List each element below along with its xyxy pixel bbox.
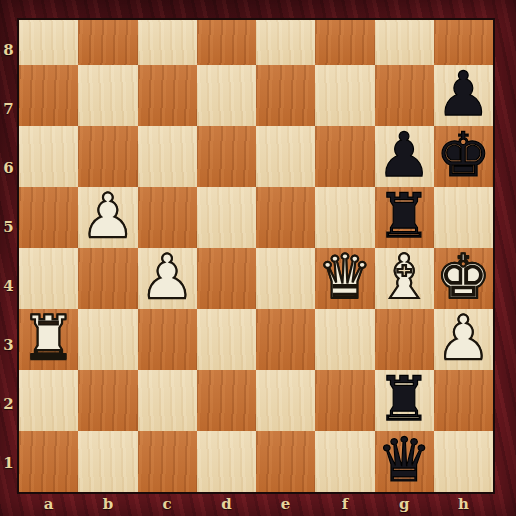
square-b4[interactable]: [78, 248, 137, 309]
square-a5[interactable]: [19, 187, 78, 248]
square-g1[interactable]: ♛: [375, 431, 434, 492]
piece-black-rook-g5[interactable]: ♜: [377, 185, 432, 246]
square-c5[interactable]: [138, 187, 197, 248]
rank-labels: 87654321: [0, 20, 17, 492]
rank-label-2: 2: [0, 374, 17, 433]
piece-white-queen-f4[interactable]: ♛: [318, 246, 373, 307]
square-d7[interactable]: [197, 65, 256, 126]
chess-board-frame: 87654321 ♟♟♚♟♜♟♛♝♚♜♟♜♛ abcdefgh: [0, 0, 516, 516]
square-e2[interactable]: [256, 370, 315, 431]
square-d1[interactable]: [197, 431, 256, 492]
square-b1[interactable]: [78, 431, 137, 492]
square-a4[interactable]: [19, 248, 78, 309]
square-f7[interactable]: [315, 65, 374, 126]
square-f6[interactable]: [315, 126, 374, 187]
square-f8[interactable]: [315, 20, 374, 65]
piece-black-rook-g2[interactable]: ♜: [377, 368, 432, 429]
square-g6[interactable]: ♟: [375, 126, 434, 187]
square-f4[interactable]: ♛: [315, 248, 374, 309]
chess-board: ♟♟♚♟♜♟♛♝♚♜♟♜♛: [17, 18, 495, 494]
piece-white-bishop-g4[interactable]: ♝: [377, 246, 432, 307]
square-c8[interactable]: [138, 20, 197, 65]
square-b3[interactable]: [78, 309, 137, 370]
file-label-b: b: [78, 492, 137, 516]
rank-label-3: 3: [0, 315, 17, 374]
square-a1[interactable]: [19, 431, 78, 492]
piece-white-king-h4[interactable]: ♚: [436, 246, 491, 307]
square-g8[interactable]: [375, 20, 434, 65]
square-a3[interactable]: ♜: [19, 309, 78, 370]
file-label-a: a: [19, 492, 78, 516]
square-g3[interactable]: [375, 309, 434, 370]
piece-white-pawn-c4[interactable]: ♟: [140, 246, 195, 307]
square-c3[interactable]: [138, 309, 197, 370]
piece-white-rook-a3[interactable]: ♜: [21, 307, 76, 368]
square-b6[interactable]: [78, 126, 137, 187]
square-d6[interactable]: [197, 126, 256, 187]
piece-white-pawn-b5[interactable]: ♟: [81, 185, 136, 246]
rank-label-8: 8: [0, 20, 17, 79]
square-a8[interactable]: [19, 20, 78, 65]
square-e1[interactable]: [256, 431, 315, 492]
square-a6[interactable]: [19, 126, 78, 187]
square-b2[interactable]: [78, 370, 137, 431]
piece-black-queen-g1[interactable]: ♛: [377, 429, 432, 490]
square-f3[interactable]: [315, 309, 374, 370]
square-g7[interactable]: [375, 65, 434, 126]
square-d5[interactable]: [197, 187, 256, 248]
square-e4[interactable]: [256, 248, 315, 309]
square-h4[interactable]: ♚: [434, 248, 493, 309]
rank-label-7: 7: [0, 79, 17, 138]
square-h1[interactable]: [434, 431, 493, 492]
square-e6[interactable]: [256, 126, 315, 187]
square-a7[interactable]: [19, 65, 78, 126]
square-d4[interactable]: [197, 248, 256, 309]
square-c1[interactable]: [138, 431, 197, 492]
square-c7[interactable]: [138, 65, 197, 126]
file-labels: abcdefgh: [19, 492, 493, 516]
square-e7[interactable]: [256, 65, 315, 126]
square-d8[interactable]: [197, 20, 256, 65]
square-f5[interactable]: [315, 187, 374, 248]
square-c6[interactable]: [138, 126, 197, 187]
square-b7[interactable]: [78, 65, 137, 126]
piece-black-pawn-g6[interactable]: ♟: [377, 124, 432, 185]
rank-label-1: 1: [0, 433, 17, 492]
square-f2[interactable]: [315, 370, 374, 431]
square-h5[interactable]: [434, 187, 493, 248]
square-c4[interactable]: ♟: [138, 248, 197, 309]
square-h3[interactable]: ♟: [434, 309, 493, 370]
square-h6[interactable]: ♚: [434, 126, 493, 187]
rank-label-5: 5: [0, 197, 17, 256]
square-h7[interactable]: ♟: [434, 65, 493, 126]
file-label-d: d: [197, 492, 256, 516]
square-e8[interactable]: [256, 20, 315, 65]
file-label-c: c: [138, 492, 197, 516]
piece-black-king-h6[interactable]: ♚: [436, 124, 491, 185]
piece-black-pawn-h7[interactable]: ♟: [436, 63, 491, 124]
square-a2[interactable]: [19, 370, 78, 431]
square-e3[interactable]: [256, 309, 315, 370]
square-h2[interactable]: [434, 370, 493, 431]
piece-white-pawn-h3[interactable]: ♟: [436, 307, 491, 368]
square-c2[interactable]: [138, 370, 197, 431]
rank-label-6: 6: [0, 138, 17, 197]
square-g5[interactable]: ♜: [375, 187, 434, 248]
file-label-g: g: [375, 492, 434, 516]
square-b5[interactable]: ♟: [78, 187, 137, 248]
square-b8[interactable]: [78, 20, 137, 65]
file-label-f: f: [315, 492, 374, 516]
file-label-e: e: [256, 492, 315, 516]
square-e5[interactable]: [256, 187, 315, 248]
square-g2[interactable]: ♜: [375, 370, 434, 431]
square-f1[interactable]: [315, 431, 374, 492]
rank-label-4: 4: [0, 256, 17, 315]
square-d2[interactable]: [197, 370, 256, 431]
square-d3[interactable]: [197, 309, 256, 370]
file-label-h: h: [434, 492, 493, 516]
square-g4[interactable]: ♝: [375, 248, 434, 309]
